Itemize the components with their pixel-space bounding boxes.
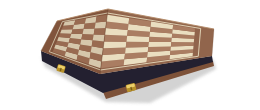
chess-box-scene [0,0,260,110]
chess-box-photo [0,0,260,110]
